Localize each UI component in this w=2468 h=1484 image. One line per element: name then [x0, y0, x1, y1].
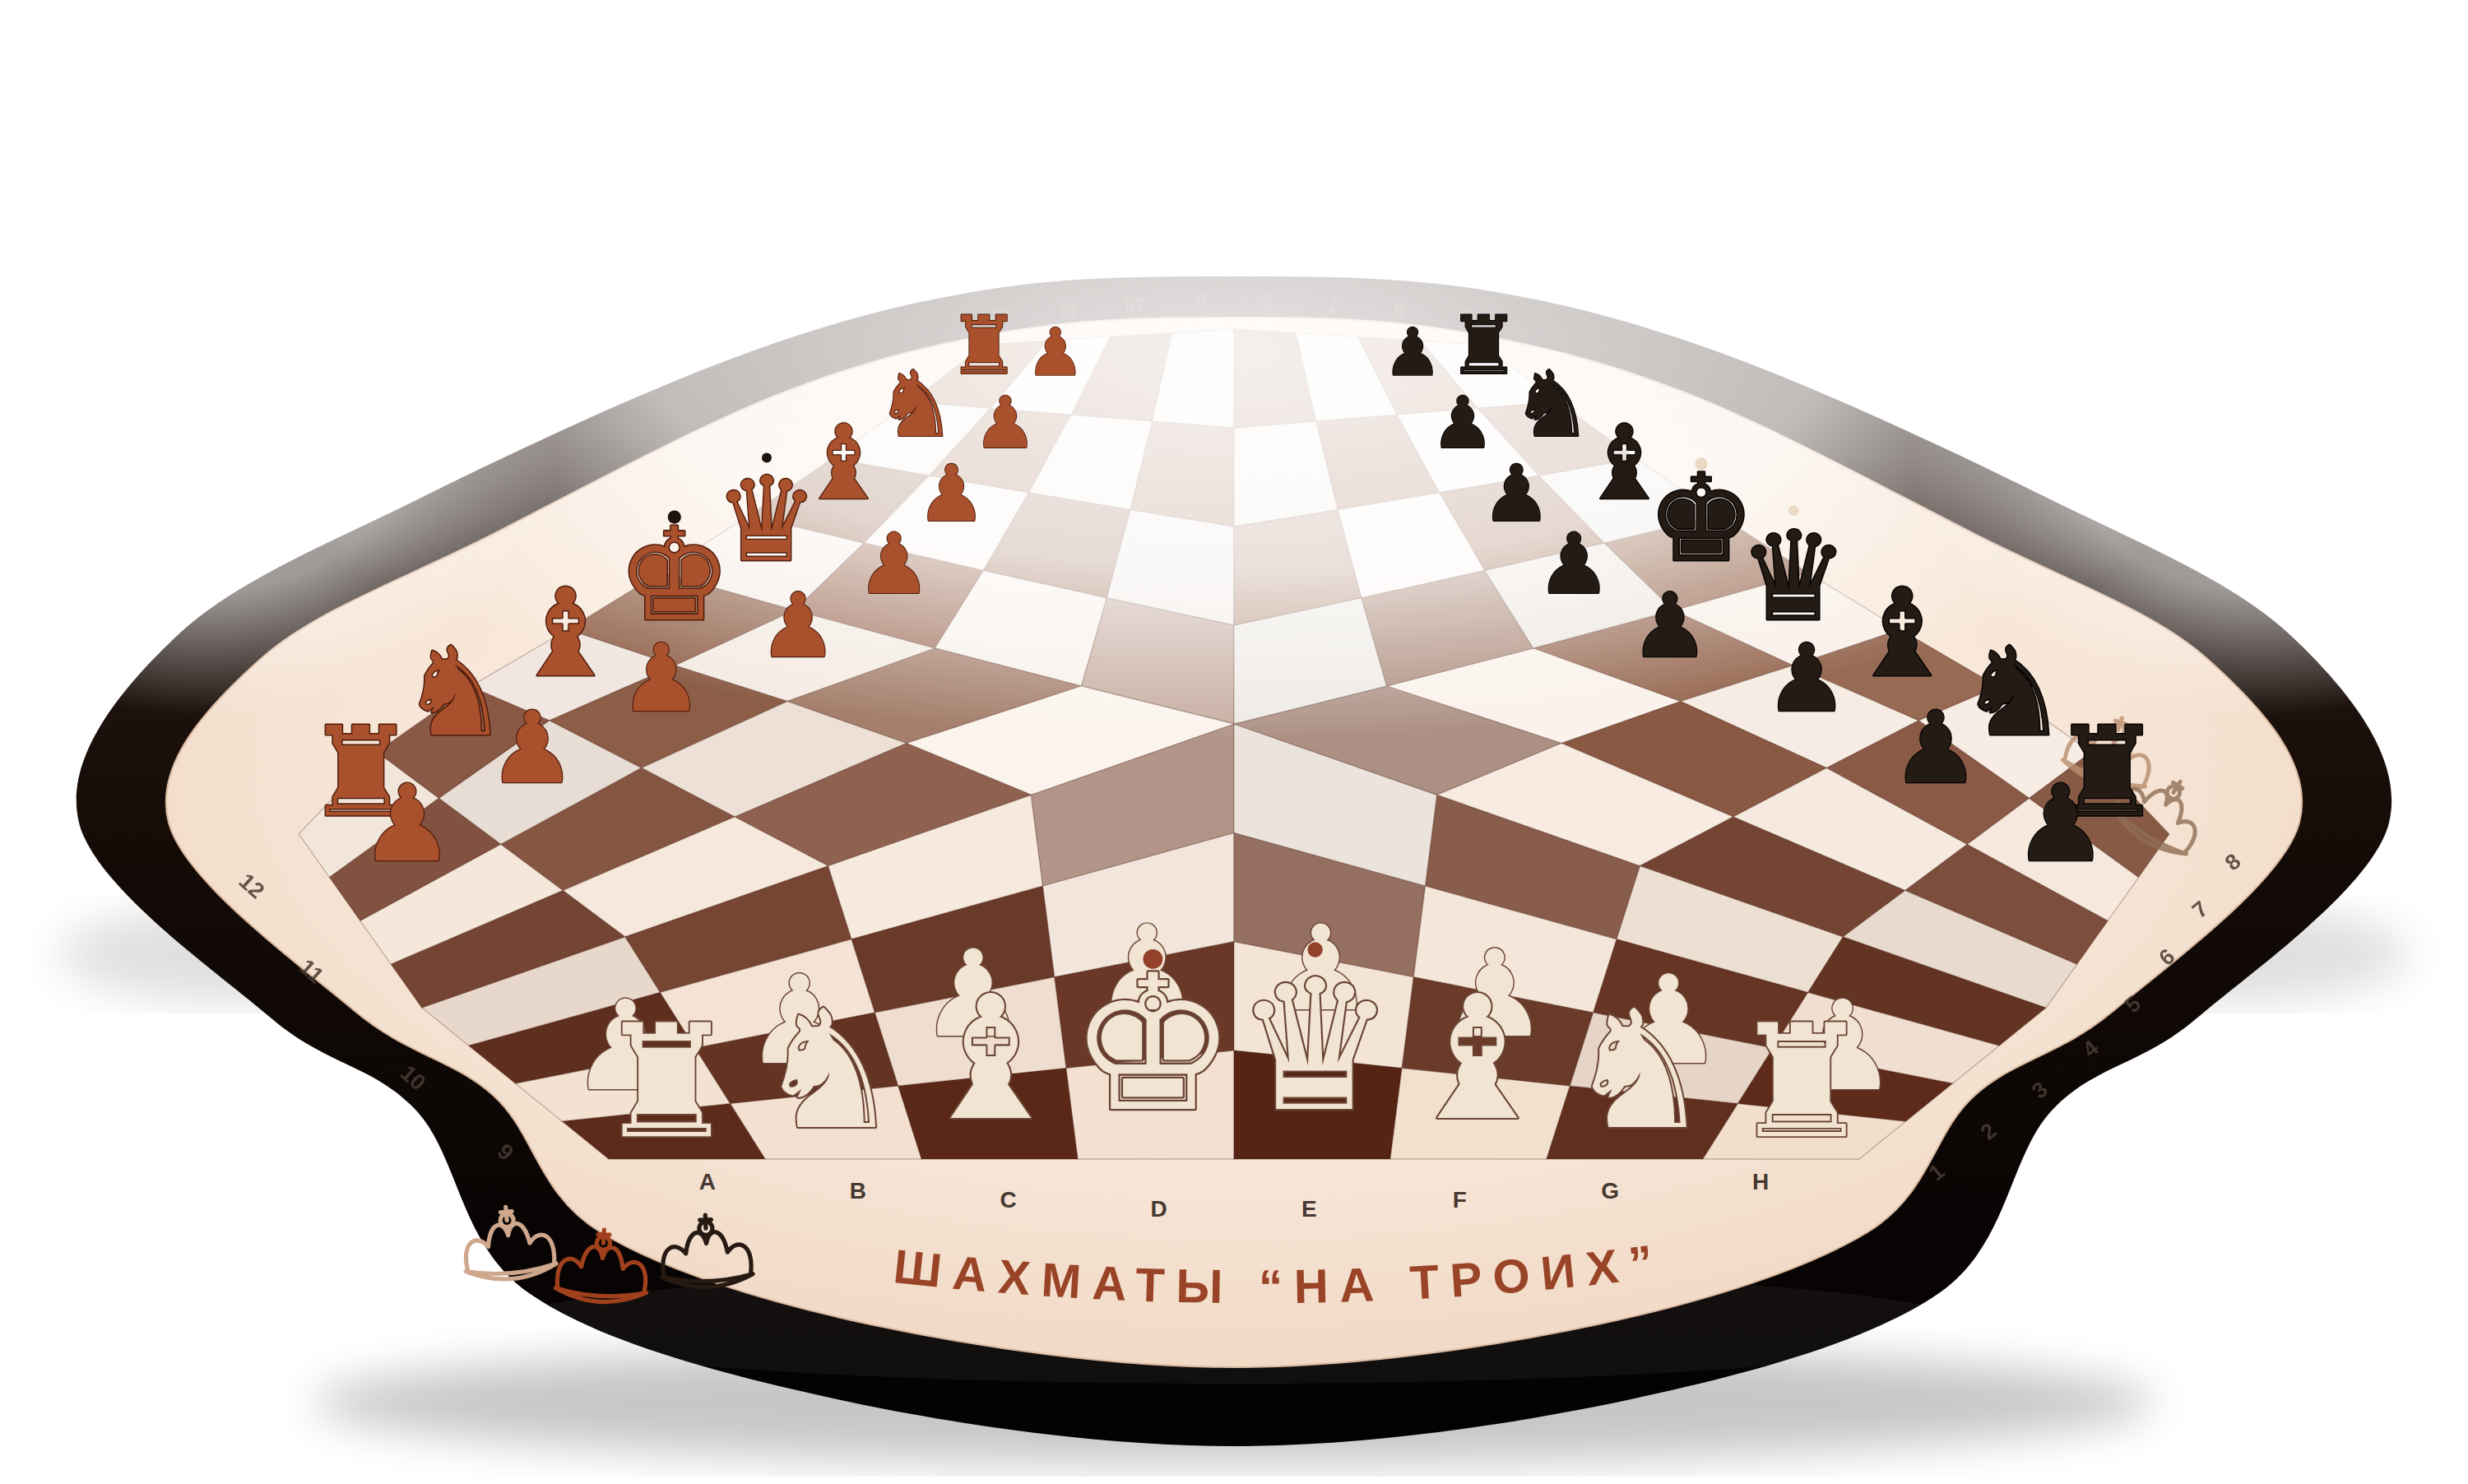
- white-knight-glyph: ♞: [755, 975, 902, 1166]
- black-pawn-glyph: ♟: [2013, 762, 2108, 885]
- black-rook-glyph: ♜: [1448, 299, 1520, 392]
- black-pawn: ♟: [1536, 515, 1611, 613]
- file-label: H: [1752, 1169, 1769, 1194]
- black-pawn-glyph: ♟: [1383, 314, 1442, 391]
- file-label: A: [699, 1169, 716, 1194]
- red-pawn-glyph: ♟: [758, 574, 838, 677]
- white-knight: ♞: [1566, 975, 1713, 1166]
- black-bishop: ♝: [1848, 563, 1957, 704]
- file-label: F: [1453, 1187, 1467, 1213]
- white-queen: ♛: [1234, 941, 1396, 1152]
- black-pawn: ♟: [2013, 762, 2108, 885]
- black-pawn-glyph: ♟: [1630, 574, 1710, 677]
- black-pawn: ♟: [1383, 314, 1442, 391]
- black-queen-finial: [1788, 506, 1799, 517]
- file-label: C: [1000, 1187, 1017, 1213]
- red-pawn: ♟: [488, 690, 577, 806]
- red-pawn: ♟: [856, 515, 931, 613]
- red-pawn-glyph: ♟: [360, 762, 455, 885]
- red-pawn-glyph: ♟: [488, 690, 577, 806]
- white-rook: ♜: [596, 991, 736, 1173]
- red-rook-glyph: ♜: [948, 299, 1020, 392]
- red-pawn-glyph: ♟: [619, 624, 703, 733]
- black-king-finial: [1695, 457, 1707, 470]
- light-wash-overlay: [0, 0, 2468, 740]
- file-label: D: [1150, 1196, 1167, 1222]
- black-pawn: ♟: [1765, 624, 1849, 733]
- white-knight-glyph: ♞: [1566, 975, 1713, 1166]
- photo-stage: ABCDEFGH12345678910111212111098765 ШАХМА…: [0, 0, 2468, 1484]
- white-rook: ♜: [1732, 991, 1872, 1173]
- red-pawn: ♟: [360, 762, 455, 885]
- white-queen-finial: [1307, 942, 1322, 957]
- black-rook: ♜: [1448, 299, 1520, 392]
- red-bishop: ♝: [511, 563, 620, 704]
- white-king-finial: [1144, 949, 1163, 969]
- white-rook-glyph: ♜: [596, 991, 736, 1173]
- black-pawn-glyph: ♟: [1765, 624, 1849, 733]
- black-bishop-glyph: ♝: [1848, 563, 1957, 704]
- file-label: B: [850, 1178, 866, 1203]
- white-bishop-glyph: ♝: [914, 959, 1067, 1158]
- red-king-finial: [668, 511, 681, 524]
- red-pawn: ♟: [619, 624, 703, 733]
- three-player-chess-board-photo: ABCDEFGH12345678910111212111098765 ШАХМА…: [0, 0, 2468, 1484]
- black-pawn: ♟: [1630, 574, 1710, 677]
- black-pawn: ♟: [1891, 690, 1980, 806]
- white-bishop-glyph: ♝: [1400, 959, 1553, 1158]
- white-queen-glyph: ♛: [1234, 941, 1396, 1152]
- red-pawn-glyph: ♟: [1026, 314, 1085, 391]
- file-label: G: [1601, 1178, 1619, 1203]
- red-pawn: ♟: [1026, 314, 1085, 391]
- white-bishop: ♝: [1400, 959, 1553, 1158]
- red-bishop-glyph: ♝: [511, 563, 620, 704]
- white-knight: ♞: [755, 975, 902, 1166]
- white-king: ♚: [1069, 934, 1236, 1153]
- red-rook: ♜: [948, 299, 1020, 392]
- white-rook-glyph: ♜: [1732, 991, 1872, 1173]
- black-pawn-glyph: ♟: [1536, 515, 1611, 613]
- red-pawn-glyph: ♟: [856, 515, 931, 613]
- black-pawn-glyph: ♟: [1891, 690, 1980, 806]
- white-bishop: ♝: [914, 959, 1067, 1158]
- file-label: E: [1301, 1196, 1317, 1222]
- red-pawn: ♟: [758, 574, 838, 677]
- red-queen-finial: [762, 453, 772, 463]
